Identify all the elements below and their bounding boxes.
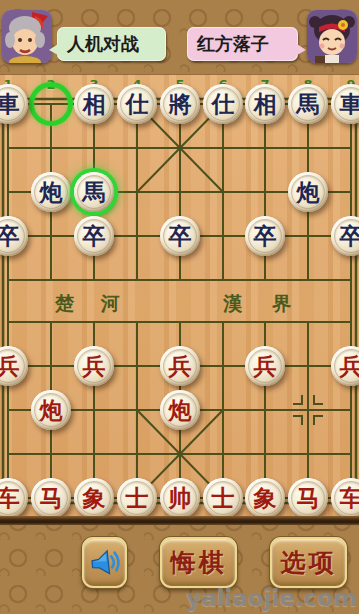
piece-black-炮[interactable]: 炮: [288, 172, 328, 212]
mode-bubble-label: 人机对战: [67, 32, 139, 56]
piece-red-象[interactable]: 象: [74, 478, 114, 518]
piece-character: 兵: [83, 355, 106, 378]
piece-red-马[interactable]: 马: [31, 478, 71, 518]
piece-character: 卒: [0, 225, 20, 248]
river-label-left: 楚河: [55, 291, 147, 317]
old-lady-avatar-icon: [2, 10, 52, 63]
last-move-from-marker: [29, 82, 73, 126]
undo-button[interactable]: 悔棋: [160, 537, 237, 588]
piece-character: 車: [0, 93, 20, 116]
piece-red-炮[interactable]: 炮: [160, 390, 200, 430]
piece-character: 象: [254, 487, 277, 510]
river-label-right: 漢界: [223, 291, 321, 317]
piece-red-兵[interactable]: 兵: [74, 346, 114, 386]
piece-character: 马: [40, 487, 63, 510]
piece-character: 卒: [83, 225, 106, 248]
piece-character: 士: [126, 487, 149, 510]
speaker-icon: [85, 544, 124, 582]
piece-character: 相: [254, 93, 277, 116]
piece-black-馬[interactable]: 馬: [288, 84, 328, 124]
piece-character: 兵: [0, 355, 20, 378]
piece-character: 炮: [40, 399, 63, 422]
piece-character: 卒: [169, 225, 192, 248]
app-screen: 人机对战 红方落子 楚河 漢界 123456789九八七六五四三二一車相仕將仕相…: [0, 0, 359, 614]
piece-black-馬[interactable]: 馬: [74, 172, 114, 212]
piece-black-卒[interactable]: 卒: [245, 216, 285, 256]
piece-character: 车: [0, 487, 20, 510]
sound-button[interactable]: [82, 537, 127, 588]
watermark: yaliaojie.com: [186, 585, 357, 611]
piece-black-相[interactable]: 相: [245, 84, 285, 124]
piece-character: 炮: [169, 399, 192, 422]
piece-red-士[interactable]: 士: [203, 478, 243, 518]
player-avatar: [307, 10, 357, 63]
piece-character: 兵: [340, 355, 359, 378]
piece-character: 兵: [169, 355, 192, 378]
piece-character: 車: [340, 93, 359, 116]
piece-character: 仕: [126, 93, 149, 116]
mode-bubble: 人机对战: [57, 27, 166, 61]
piece-character: 马: [297, 487, 320, 510]
piece-character: 仕: [212, 93, 235, 116]
piece-red-兵[interactable]: 兵: [245, 346, 285, 386]
status-bubble: 红方落子: [187, 27, 298, 61]
undo-button-label: 悔棋: [171, 546, 227, 579]
piece-character: 车: [340, 487, 359, 510]
opponent-avatar: [2, 10, 52, 63]
options-button[interactable]: 选项: [270, 537, 347, 588]
status-bubble-label: 红方落子: [197, 32, 269, 56]
piece-red-帅[interactable]: 帅: [160, 478, 200, 518]
girl-avatar-icon: [307, 10, 357, 63]
piece-character: 卒: [254, 225, 277, 248]
point-marker: [293, 395, 323, 425]
piece-character: 將: [169, 93, 192, 116]
piece-black-將[interactable]: 將: [160, 84, 200, 124]
board-bottom-edge: [0, 516, 359, 525]
piece-black-卒[interactable]: 卒: [74, 216, 114, 256]
piece-red-兵[interactable]: 兵: [160, 346, 200, 386]
piece-red-炮[interactable]: 炮: [31, 390, 71, 430]
piece-character: 卒: [340, 225, 359, 248]
options-button-label: 选项: [281, 546, 337, 579]
piece-character: 帅: [169, 487, 192, 510]
piece-character: 炮: [297, 181, 320, 204]
piece-character: 馬: [83, 181, 106, 204]
piece-black-相[interactable]: 相: [74, 84, 114, 124]
piece-red-马[interactable]: 马: [288, 478, 328, 518]
piece-character: 馬: [297, 93, 320, 116]
piece-character: 士: [212, 487, 235, 510]
xiangqi-board[interactable]: 楚河 漢界 123456789九八七六五四三二一車相仕將仕相馬車炮馬炮卒卒卒卒卒…: [0, 74, 359, 517]
piece-black-炮[interactable]: 炮: [31, 172, 71, 212]
piece-red-象[interactable]: 象: [245, 478, 285, 518]
piece-character: 相: [83, 93, 106, 116]
piece-black-卒[interactable]: 卒: [160, 216, 200, 256]
piece-black-仕[interactable]: 仕: [117, 84, 157, 124]
piece-black-仕[interactable]: 仕: [203, 84, 243, 124]
piece-character: 兵: [254, 355, 277, 378]
piece-character: 炮: [40, 181, 63, 204]
piece-red-士[interactable]: 士: [117, 478, 157, 518]
piece-character: 象: [83, 487, 106, 510]
